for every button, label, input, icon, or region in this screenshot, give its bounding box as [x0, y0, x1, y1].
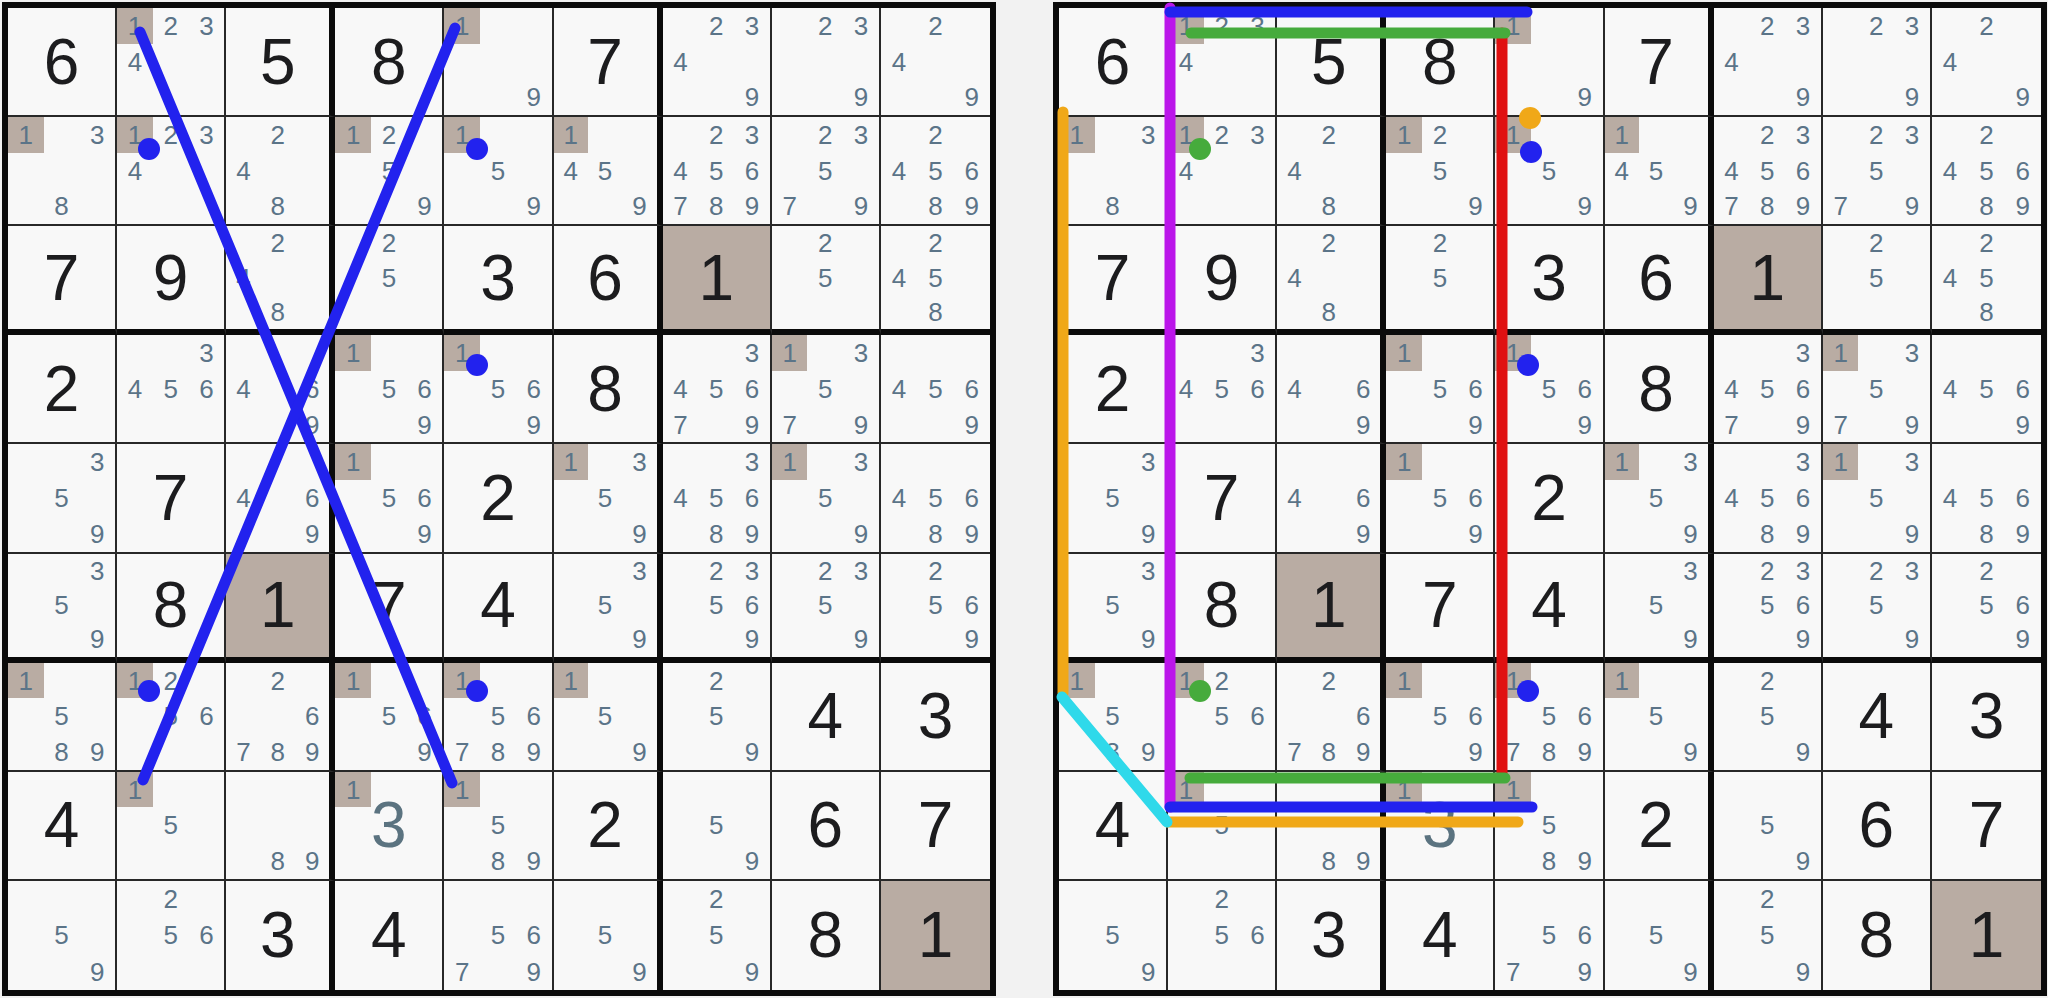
- candidate-5: 5: [371, 261, 407, 295]
- cell-r8c8[interactable]: 6: [772, 772, 881, 881]
- cell-r5c1[interactable]: 359: [8, 444, 117, 553]
- candidate-5: 5: [698, 698, 734, 734]
- cell-r7c7[interactable]: 259: [1714, 663, 1823, 772]
- cell-r8c3[interactable]: 89: [226, 772, 335, 881]
- cell-r9c1[interactable]: 59: [1059, 881, 1168, 990]
- cell-r9c4[interactable]: 4: [1386, 881, 1495, 990]
- candidate-5: 5: [588, 698, 622, 734]
- candidate-2: 2: [917, 117, 953, 153]
- given-digit: 3: [1495, 226, 1602, 329]
- cell-r4c6[interactable]: 8: [554, 335, 663, 444]
- pencil-marks: 1569: [1495, 335, 1602, 442]
- candidate-3: 3: [79, 554, 115, 588]
- cell-r6c7[interactable]: 23569: [663, 554, 772, 663]
- pencil-marks: 156789: [1495, 663, 1602, 770]
- blue-chain-dot: [138, 138, 160, 160]
- cell-r9c1[interactable]: 59: [8, 881, 117, 990]
- candidate-4: 4: [881, 371, 917, 407]
- candidate-6: 6: [954, 153, 990, 189]
- blue-chain-dot: [466, 138, 488, 160]
- candidate-3: 3: [1673, 554, 1707, 588]
- cell-r3c2[interactable]: 9: [1168, 226, 1277, 335]
- candidate-3: 3: [843, 444, 879, 480]
- cell-r3c8[interactable]: 25: [772, 226, 881, 335]
- candidate-8: 8: [480, 843, 516, 879]
- cell-r7c7[interactable]: 259: [663, 663, 772, 772]
- candidate-4: 4: [1932, 153, 1968, 189]
- candidate-2: 2: [1749, 8, 1785, 44]
- cell-r6c3[interactable]: 1: [1277, 554, 1386, 663]
- cell-r2c3[interactable]: 248: [1277, 117, 1386, 226]
- candidate-7: 7: [772, 189, 808, 225]
- candidate-5: 5: [698, 807, 734, 843]
- cell-r5c4[interactable]: 1569: [335, 444, 444, 553]
- cell-r4c5[interactable]: 1569: [444, 335, 553, 444]
- cell-r7c1[interactable]: 1589: [1059, 663, 1168, 772]
- cell-r7c4[interactable]: 1569: [335, 663, 444, 772]
- candidate-6: 6: [1567, 371, 1603, 407]
- candidate-2: 2: [1749, 663, 1785, 699]
- candidate-1: 1: [1168, 772, 1204, 808]
- cell-r5c8[interactable]: 1359: [1823, 444, 1932, 553]
- candidate-5: 5: [44, 698, 80, 734]
- cell-r2c5[interactable]: 159: [1495, 117, 1604, 226]
- given-digit: 6: [1059, 8, 1166, 115]
- cell-r4c6[interactable]: 8: [1605, 335, 1714, 444]
- pencil-marks: 1359: [554, 444, 657, 551]
- cell-r6c2[interactable]: 8: [117, 554, 226, 663]
- candidate-7: 7: [1495, 954, 1531, 990]
- cell-r2c5[interactable]: 159: [444, 117, 553, 226]
- cell-r2c4[interactable]: 1259: [335, 117, 444, 226]
- cell-r8c2[interactable]: 15: [117, 772, 226, 881]
- pencil-marks: 1569: [444, 335, 551, 442]
- cell-r7c6[interactable]: 159: [1605, 663, 1714, 772]
- cell-r9c2[interactable]: 256: [1168, 881, 1277, 990]
- cell-r2c9[interactable]: 245689: [881, 117, 990, 226]
- candidate-5: 5: [807, 588, 843, 622]
- cell-r1c8[interactable]: 239: [772, 8, 881, 117]
- cell-r1c6[interactable]: 7: [554, 8, 663, 117]
- cell-r4c8[interactable]: 13579: [1823, 335, 1932, 444]
- candidate-8: 8: [698, 516, 734, 552]
- candidate-5: 5: [807, 153, 843, 189]
- cell-r2c2[interactable]: 1234: [117, 117, 226, 226]
- cell-r4c2[interactable]: 3456: [117, 335, 226, 444]
- cell-r7c2[interactable]: 1256: [1168, 663, 1277, 772]
- candidate-3: 3: [79, 117, 115, 153]
- cell-r5c6[interactable]: 1359: [554, 444, 663, 553]
- cell-r9c5[interactable]: 5679: [444, 881, 553, 990]
- candidate-1: 1: [444, 8, 480, 44]
- cell-r6c8[interactable]: 2359: [1823, 554, 1932, 663]
- cell-r8c4[interactable]: 13: [335, 772, 444, 881]
- pencil-marks: 13579: [1823, 335, 1930, 442]
- cell-r8c5[interactable]: 1589: [1495, 772, 1604, 881]
- candidate-8: 8: [261, 189, 295, 225]
- cell-r3c5[interactable]: 3: [1495, 226, 1604, 335]
- cell-r9c5[interactable]: 5679: [1495, 881, 1604, 990]
- sudoku-board-left: 6123458197234923924913812342481259159145…: [2, 2, 996, 996]
- cell-r1c9[interactable]: 249: [1932, 8, 2041, 117]
- candidate-6: 6: [734, 588, 770, 622]
- cell-r8c6[interactable]: 2: [1605, 772, 1714, 881]
- pencil-marks: 239: [1823, 8, 1930, 115]
- cell-r6c6[interactable]: 359: [554, 554, 663, 663]
- cell-r4c7[interactable]: 345679: [1714, 335, 1823, 444]
- candidate-9: 9: [1346, 734, 1380, 770]
- candidate-3: 3: [1130, 444, 1166, 480]
- cell-r1c7[interactable]: 2349: [1714, 8, 1823, 117]
- cell-r4c3[interactable]: 469: [226, 335, 335, 444]
- cell-r3c4[interactable]: 25: [335, 226, 444, 335]
- cell-r2c8[interactable]: 23579: [772, 117, 881, 226]
- cell-r2c6[interactable]: 1459: [1605, 117, 1714, 226]
- candidate-5: 5: [588, 480, 622, 516]
- pencil-marks: 25: [335, 226, 442, 329]
- candidate-9: 9: [1567, 734, 1603, 770]
- cell-r4c7[interactable]: 345679: [663, 335, 772, 444]
- candidate-1: 1: [335, 335, 371, 371]
- candidate-2: 2: [1422, 117, 1458, 153]
- cell-r3c6[interactable]: 6: [1605, 226, 1714, 335]
- cell-r9c2[interactable]: 256: [117, 881, 226, 990]
- cell-r1c7[interactable]: 2349: [663, 8, 772, 117]
- cell-r6c9[interactable]: 2569: [1932, 554, 2041, 663]
- candidate-5: 5: [153, 917, 189, 953]
- green-chain-dot: [1189, 138, 1211, 160]
- cell-r8c9[interactable]: 7: [881, 772, 990, 881]
- cell-r9c8[interactable]: 8: [1823, 881, 1932, 990]
- pencil-marks: 2349: [663, 8, 770, 115]
- cell-r7c8[interactable]: 4: [772, 663, 881, 772]
- candidate-1: 1: [1823, 444, 1859, 480]
- candidate-9: 9: [1130, 734, 1166, 770]
- cell-r9c3[interactable]: 3: [226, 881, 335, 990]
- cell-r4c1[interactable]: 2: [8, 335, 117, 444]
- cell-r4c4[interactable]: 1569: [335, 335, 444, 444]
- candidate-2: 2: [1312, 117, 1346, 153]
- candidate-6: 6: [1346, 480, 1380, 516]
- cell-r7c9[interactable]: 3: [1932, 663, 2041, 772]
- cell-r7c8[interactable]: 4: [1823, 663, 1932, 772]
- cell-r6c4[interactable]: 7: [1386, 554, 1495, 663]
- cell-r1c3[interactable]: 5: [1277, 8, 1386, 117]
- candidate-3: 3: [1785, 554, 1821, 588]
- candidate-3: 3: [734, 8, 770, 44]
- pencil-marks: 2569: [1932, 554, 2041, 657]
- cell-r2c6[interactable]: 1459: [554, 117, 663, 226]
- candidate-9: 9: [516, 734, 552, 770]
- candidate-3: 3: [1894, 444, 1930, 480]
- pencil-marks: 89: [1277, 772, 1380, 879]
- cell-r3c1[interactable]: 7: [8, 226, 117, 335]
- pencil-marks: 345689: [1714, 444, 1821, 551]
- candidate-8: 8: [1095, 189, 1131, 225]
- candidate-8: 8: [1312, 189, 1346, 225]
- candidate-6: 6: [954, 371, 990, 407]
- pencil-marks: 25: [1823, 226, 1930, 329]
- pencil-marks: 45689: [881, 444, 990, 551]
- cell-r1c5[interactable]: 19: [444, 8, 553, 117]
- cell-r4c3[interactable]: 469: [1277, 335, 1386, 444]
- cell-r2c2[interactable]: 1234: [1168, 117, 1277, 226]
- candidate-4: 4: [881, 480, 917, 516]
- candidate-2: 2: [698, 663, 734, 699]
- cell-r4c9[interactable]: 4569: [881, 335, 990, 444]
- pencil-marks: 4569: [1932, 335, 2041, 442]
- cell-r5c2[interactable]: 7: [117, 444, 226, 553]
- candidate-9: 9: [1785, 407, 1821, 443]
- cell-r9c9[interactable]: 1: [1932, 881, 2041, 990]
- pencil-marks: 89: [226, 772, 329, 879]
- cell-r6c5[interactable]: 4: [444, 554, 553, 663]
- cell-r2c3[interactable]: 248: [226, 117, 335, 226]
- candidate-3: 3: [1240, 117, 1276, 153]
- cell-r6c3[interactable]: 1: [226, 554, 335, 663]
- cell-r9c3[interactable]: 3: [1277, 881, 1386, 990]
- candidate-5: 5: [698, 153, 734, 189]
- pencil-marks: 469: [226, 444, 329, 551]
- cell-r3c7[interactable]: 1: [1714, 226, 1823, 335]
- candidate-9: 9: [516, 843, 552, 879]
- pencil-marks: 23579: [772, 117, 879, 224]
- candidate-5: 5: [698, 371, 734, 407]
- cell-r9c7[interactable]: 259: [663, 881, 772, 990]
- cell-r8c6[interactable]: 2: [554, 772, 663, 881]
- cell-r4c9[interactable]: 4569: [1932, 335, 2041, 444]
- given-digit: 8: [1823, 881, 1930, 990]
- cell-r7c1[interactable]: 1589: [8, 663, 117, 772]
- candidate-5: 5: [917, 261, 953, 295]
- candidate-1: 1: [1605, 663, 1639, 699]
- candidate-9: 9: [1567, 843, 1603, 879]
- pencil-marks: 245689: [1932, 117, 2041, 224]
- candidate-8: 8: [44, 189, 80, 225]
- cell-r5c4[interactable]: 1569: [1386, 444, 1495, 553]
- candidate-9: 9: [1458, 407, 1494, 443]
- cell-r7c5[interactable]: 156789: [1495, 663, 1604, 772]
- candidate-5: 5: [371, 698, 407, 734]
- cell-r2c7[interactable]: 23456789: [663, 117, 772, 226]
- pencil-marks: 59: [8, 881, 115, 990]
- cell-r1c8[interactable]: 239: [1823, 8, 1932, 117]
- cell-r5c8[interactable]: 1359: [772, 444, 881, 553]
- candidate-9: 9: [79, 516, 115, 552]
- cell-r3c1[interactable]: 7: [1059, 226, 1168, 335]
- cell-r3c7[interactable]: 1: [663, 226, 772, 335]
- pencil-marks: 2359: [772, 554, 879, 657]
- pencil-marks: 1234: [1168, 117, 1275, 224]
- cell-r3c9[interactable]: 2458: [881, 226, 990, 335]
- pencil-marks: 469: [226, 335, 329, 442]
- cell-r9c6[interactable]: 59: [554, 881, 663, 990]
- cell-r6c5[interactable]: 4: [1495, 554, 1604, 663]
- cell-r8c7[interactable]: 59: [663, 772, 772, 881]
- candidate-4: 4: [881, 261, 917, 295]
- cell-r9c7[interactable]: 259: [1714, 881, 1823, 990]
- given-digit: 1: [1714, 226, 1821, 329]
- blue-chain-dot: [466, 680, 488, 702]
- cell-r3c6[interactable]: 6: [554, 226, 663, 335]
- candidate-2: 2: [1749, 117, 1785, 153]
- blue-chain-dot: [466, 354, 488, 376]
- candidate-4: 4: [226, 153, 260, 189]
- cell-r5c5[interactable]: 2: [1495, 444, 1604, 553]
- cell-r3c4[interactable]: 25: [1386, 226, 1495, 335]
- candidate-3: 3: [843, 8, 879, 44]
- cell-r5c7[interactable]: 345689: [1714, 444, 1823, 553]
- cell-r8c2[interactable]: 15: [1168, 772, 1277, 881]
- candidate-9: 9: [295, 516, 329, 552]
- candidate-9: 9: [1346, 843, 1380, 879]
- candidate-2: 2: [1312, 226, 1346, 260]
- cell-r7c3[interactable]: 26789: [226, 663, 335, 772]
- cell-r1c2[interactable]: 1234: [1168, 8, 1277, 117]
- cell-r3c3[interactable]: 248: [1277, 226, 1386, 335]
- cell-r6c9[interactable]: 2569: [881, 554, 990, 663]
- given-digit: 3: [226, 881, 329, 990]
- cell-r3c3[interactable]: 248: [226, 226, 335, 335]
- cell-r1c4[interactable]: 8: [335, 8, 444, 117]
- candidate-1: 1: [1059, 117, 1095, 153]
- cell-r5c1[interactable]: 359: [1059, 444, 1168, 553]
- cell-r5c9[interactable]: 45689: [881, 444, 990, 553]
- candidate-1: 1: [1495, 8, 1531, 44]
- cell-r8c4[interactable]: 13: [1386, 772, 1495, 881]
- candidate-5: 5: [1749, 917, 1785, 953]
- candidate-8: 8: [44, 734, 80, 770]
- candidate-9: 9: [407, 407, 443, 443]
- candidate-5: 5: [1095, 698, 1131, 734]
- pencil-marks: 1359: [1605, 444, 1708, 551]
- cell-r5c3[interactable]: 469: [1277, 444, 1386, 553]
- candidate-9: 9: [2005, 407, 2041, 443]
- candidate-3: 3: [843, 117, 879, 153]
- cell-r6c1[interactable]: 359: [1059, 554, 1168, 663]
- candidate-6: 6: [1240, 698, 1276, 734]
- cell-r1c3[interactable]: 5: [226, 8, 335, 117]
- cell-r7c4[interactable]: 1569: [1386, 663, 1495, 772]
- candidate-9: 9: [734, 734, 770, 770]
- candidate-9: 9: [843, 189, 879, 225]
- pencil-marks: 1589: [444, 772, 551, 879]
- cell-r8c1[interactable]: 4: [8, 772, 117, 881]
- cell-r6c7[interactable]: 23569: [1714, 554, 1823, 663]
- given-digit: 7: [1386, 554, 1493, 657]
- cell-r4c4[interactable]: 1569: [1386, 335, 1495, 444]
- pencil-marks: 1459: [1605, 117, 1708, 224]
- cell-r5c7[interactable]: 345689: [663, 444, 772, 553]
- cell-r6c1[interactable]: 359: [8, 554, 117, 663]
- candidate-6: 6: [295, 480, 329, 516]
- cell-r4c8[interactable]: 13579: [772, 335, 881, 444]
- candidate-7: 7: [1495, 734, 1531, 770]
- cell-r4c2[interactable]: 3456: [1168, 335, 1277, 444]
- cell-r1c9[interactable]: 249: [881, 8, 990, 117]
- cell-r3c9[interactable]: 2458: [1932, 226, 2041, 335]
- cell-r1c2[interactable]: 1234: [117, 8, 226, 117]
- cell-r1c6[interactable]: 7: [1605, 8, 1714, 117]
- candidate-2: 2: [1749, 881, 1785, 917]
- candidate-9: 9: [1894, 79, 1930, 115]
- cell-r2c1[interactable]: 138: [1059, 117, 1168, 226]
- cell-r4c5[interactable]: 1569: [1495, 335, 1604, 444]
- orange-chain-dot: [1519, 107, 1541, 129]
- candidate-7: 7: [1823, 407, 1859, 443]
- candidate-9: 9: [516, 407, 552, 443]
- candidate-7: 7: [444, 734, 480, 770]
- cell-r5c9[interactable]: 45689: [1932, 444, 2041, 553]
- cell-r5c2[interactable]: 7: [1168, 444, 1277, 553]
- cell-r5c5[interactable]: 2: [444, 444, 553, 553]
- cell-r8c3[interactable]: 89: [1277, 772, 1386, 881]
- pencil-marks: 59: [1714, 772, 1821, 879]
- cell-r2c8[interactable]: 23579: [1823, 117, 1932, 226]
- given-digit: 6: [1605, 226, 1708, 329]
- cell-r8c7[interactable]: 59: [1714, 772, 1823, 881]
- candidate-8: 8: [917, 295, 953, 329]
- candidate-2: 2: [261, 663, 295, 699]
- cell-r6c4[interactable]: 7: [335, 554, 444, 663]
- cell-r9c9[interactable]: 1: [881, 881, 990, 990]
- cell-r7c3[interactable]: 26789: [1277, 663, 1386, 772]
- cell-r7c5[interactable]: 156789: [444, 663, 553, 772]
- cell-r2c4[interactable]: 1259: [1386, 117, 1495, 226]
- cell-r4c1[interactable]: 2: [1059, 335, 1168, 444]
- cell-r5c3[interactable]: 469: [226, 444, 335, 553]
- cell-r1c5[interactable]: 19: [1495, 8, 1604, 117]
- candidate-9: 9: [954, 189, 990, 225]
- candidate-5: 5: [44, 917, 80, 953]
- cell-r2c1[interactable]: 138: [8, 117, 117, 226]
- cell-r9c8[interactable]: 8: [772, 881, 881, 990]
- candidate-3: 3: [1240, 8, 1276, 44]
- sudoku-board-right: 6123458197234923924913812342481259159145…: [1053, 2, 2047, 996]
- cell-r3c5[interactable]: 3: [444, 226, 553, 335]
- candidate-7: 7: [1277, 734, 1311, 770]
- cell-r3c8[interactable]: 25: [1823, 226, 1932, 335]
- candidate-6: 6: [1346, 371, 1380, 407]
- candidate-1: 1: [554, 444, 588, 480]
- cell-r6c8[interactable]: 2359: [772, 554, 881, 663]
- pencil-marks: 1589: [1495, 772, 1602, 879]
- cell-r6c2[interactable]: 8: [1168, 554, 1277, 663]
- cell-r6c6[interactable]: 359: [1605, 554, 1714, 663]
- cell-r5c6[interactable]: 1359: [1605, 444, 1714, 553]
- cell-r3c2[interactable]: 9: [117, 226, 226, 335]
- cell-r1c1[interactable]: 6: [1059, 8, 1168, 117]
- candidate-1: 1: [1823, 335, 1859, 371]
- cell-r7c6[interactable]: 159: [554, 663, 663, 772]
- cell-r2c9[interactable]: 245689: [1932, 117, 2041, 226]
- cell-r7c2[interactable]: 1256: [117, 663, 226, 772]
- cell-r9c6[interactable]: 59: [1605, 881, 1714, 990]
- cell-r9c4[interactable]: 4: [335, 881, 444, 990]
- cell-r2c7[interactable]: 23456789: [1714, 117, 1823, 226]
- candidate-1: 1: [1605, 117, 1639, 153]
- cell-r8c5[interactable]: 1589: [444, 772, 553, 881]
- cell-r1c4[interactable]: 8: [1386, 8, 1495, 117]
- given-digit: 7: [1605, 8, 1708, 115]
- cell-r8c1[interactable]: 4: [1059, 772, 1168, 881]
- cell-r8c8[interactable]: 6: [1823, 772, 1932, 881]
- candidate-4: 4: [1277, 153, 1311, 189]
- cell-r7c9[interactable]: 3: [881, 663, 990, 772]
- candidate-5: 5: [1095, 917, 1131, 953]
- cell-r8c9[interactable]: 7: [1932, 772, 2041, 881]
- cell-r1c1[interactable]: 6: [8, 8, 117, 117]
